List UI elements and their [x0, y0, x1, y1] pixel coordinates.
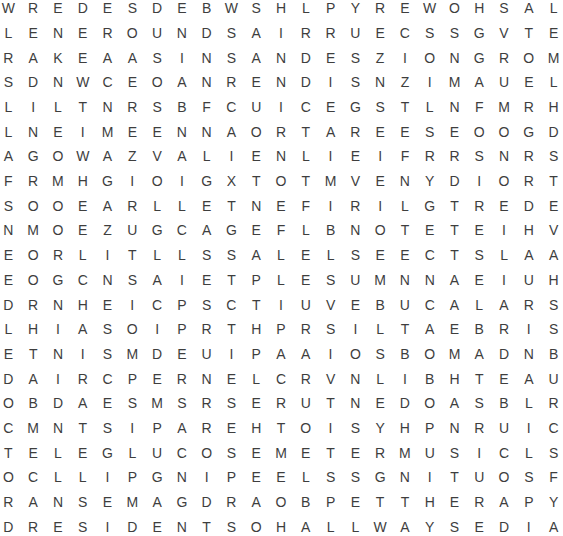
grid-cell[interactable]: R — [541, 391, 563, 416]
grid-cell[interactable]: T — [293, 119, 318, 144]
grid-cell[interactable]: A — [244, 490, 269, 515]
grid-cell[interactable]: R — [492, 45, 517, 70]
grid-cell[interactable]: I — [318, 193, 343, 218]
grid-cell[interactable]: I — [219, 144, 244, 169]
grid-cell[interactable]: E — [244, 440, 269, 465]
grid-cell[interactable]: Z — [120, 144, 145, 169]
grid-cell[interactable]: H — [442, 366, 467, 391]
grid-cell[interactable]: O — [120, 21, 145, 46]
grid-cell[interactable]: F — [0, 169, 21, 194]
grid-cell[interactable]: P — [120, 366, 145, 391]
grid-cell[interactable]: S — [219, 391, 244, 416]
grid-cell[interactable]: E — [492, 193, 517, 218]
grid-cell[interactable]: P — [169, 292, 194, 317]
grid-cell[interactable]: E — [269, 193, 294, 218]
grid-cell[interactable]: W — [368, 514, 393, 536]
grid-cell[interactable]: A — [516, 243, 541, 268]
grid-cell[interactable]: E — [145, 366, 170, 391]
grid-cell[interactable]: T — [70, 95, 95, 120]
grid-cell[interactable]: A — [442, 391, 467, 416]
grid-cell[interactable]: N — [417, 267, 442, 292]
grid-cell[interactable]: E — [21, 21, 46, 46]
grid-cell[interactable]: H — [393, 416, 418, 441]
grid-cell[interactable]: S — [417, 21, 442, 46]
grid-cell[interactable]: T — [269, 416, 294, 441]
grid-cell[interactable]: S — [343, 45, 368, 70]
grid-cell[interactable]: D — [21, 70, 46, 95]
grid-cell[interactable]: D — [541, 119, 563, 144]
grid-cell[interactable]: S — [120, 391, 145, 416]
grid-cell[interactable]: S — [541, 144, 563, 169]
grid-cell[interactable]: N — [516, 342, 541, 367]
grid-cell[interactable]: R — [219, 70, 244, 95]
grid-cell[interactable]: D — [0, 366, 21, 391]
grid-cell[interactable]: C — [393, 21, 418, 46]
grid-cell[interactable]: I — [269, 95, 294, 120]
grid-cell[interactable]: W — [70, 144, 95, 169]
grid-cell[interactable]: T — [368, 490, 393, 515]
grid-cell[interactable]: I — [169, 45, 194, 70]
grid-cell[interactable]: N — [368, 70, 393, 95]
grid-cell[interactable]: P — [417, 416, 442, 441]
grid-cell[interactable]: D — [492, 342, 517, 367]
grid-cell[interactable]: B — [467, 317, 492, 342]
grid-cell[interactable]: L — [145, 193, 170, 218]
grid-cell[interactable]: L — [46, 465, 71, 490]
grid-cell[interactable]: E — [343, 490, 368, 515]
grid-cell[interactable]: S — [194, 243, 219, 268]
grid-cell[interactable]: T — [244, 169, 269, 194]
grid-cell[interactable]: H — [541, 95, 563, 120]
grid-cell[interactable]: U — [417, 440, 442, 465]
grid-cell[interactable]: S — [318, 317, 343, 342]
grid-cell[interactable]: M — [541, 45, 563, 70]
grid-cell[interactable]: E — [442, 317, 467, 342]
grid-cell[interactable]: O — [145, 169, 170, 194]
grid-cell[interactable]: E — [293, 243, 318, 268]
grid-cell[interactable]: Y — [368, 416, 393, 441]
grid-cell[interactable]: A — [244, 243, 269, 268]
grid-cell[interactable]: I — [318, 342, 343, 367]
grid-cell[interactable]: E — [343, 292, 368, 317]
grid-cell[interactable]: E — [244, 391, 269, 416]
grid-cell[interactable]: R — [293, 366, 318, 391]
grid-cell[interactable]: L — [368, 317, 393, 342]
grid-cell[interactable]: I — [516, 416, 541, 441]
grid-cell[interactable]: G — [145, 218, 170, 243]
grid-cell[interactable]: T — [318, 440, 343, 465]
grid-cell[interactable]: N — [393, 465, 418, 490]
grid-cell[interactable]: L — [368, 366, 393, 391]
grid-cell[interactable]: C — [169, 218, 194, 243]
grid-cell[interactable]: I — [145, 317, 170, 342]
grid-cell[interactable]: A — [467, 342, 492, 367]
grid-cell[interactable]: T — [393, 218, 418, 243]
grid-cell[interactable]: D — [393, 391, 418, 416]
grid-cell[interactable]: N — [95, 95, 120, 120]
grid-cell[interactable]: U — [194, 342, 219, 367]
grid-cell[interactable]: E — [541, 193, 563, 218]
grid-cell[interactable]: M — [269, 440, 294, 465]
grid-cell[interactable]: I — [318, 144, 343, 169]
grid-cell[interactable]: T — [516, 21, 541, 46]
grid-cell[interactable]: E — [492, 366, 517, 391]
grid-cell[interactable]: T — [120, 243, 145, 268]
grid-cell[interactable]: E — [368, 21, 393, 46]
grid-cell[interactable]: U — [293, 292, 318, 317]
grid-cell[interactable]: S — [442, 440, 467, 465]
grid-cell[interactable]: N — [343, 391, 368, 416]
grid-cell[interactable]: R — [516, 169, 541, 194]
grid-cell[interactable]: A — [492, 292, 517, 317]
grid-cell[interactable]: N — [269, 45, 294, 70]
grid-cell[interactable]: C — [219, 95, 244, 120]
grid-cell[interactable]: H — [516, 218, 541, 243]
grid-cell[interactable]: E — [70, 218, 95, 243]
grid-cell[interactable]: L — [70, 465, 95, 490]
grid-cell[interactable]: I — [169, 169, 194, 194]
grid-cell[interactable]: I — [95, 243, 120, 268]
grid-cell[interactable]: G — [21, 144, 46, 169]
grid-cell[interactable]: I — [95, 465, 120, 490]
grid-cell[interactable]: N — [46, 21, 71, 46]
grid-cell[interactable]: L — [417, 95, 442, 120]
grid-cell[interactable]: P — [169, 317, 194, 342]
grid-cell[interactable]: L — [269, 267, 294, 292]
grid-cell[interactable]: M — [21, 218, 46, 243]
grid-cell[interactable]: C — [269, 366, 294, 391]
grid-cell[interactable]: P — [244, 342, 269, 367]
grid-cell[interactable]: V — [541, 218, 563, 243]
grid-cell[interactable]: Y — [417, 169, 442, 194]
grid-cell[interactable]: I — [21, 95, 46, 120]
grid-cell[interactable]: I — [467, 440, 492, 465]
grid-cell[interactable]: D — [194, 21, 219, 46]
grid-cell[interactable]: T — [293, 169, 318, 194]
grid-cell[interactable]: E — [541, 21, 563, 46]
grid-cell[interactable]: T — [70, 416, 95, 441]
grid-cell[interactable]: E — [318, 45, 343, 70]
grid-cell[interactable]: C — [492, 440, 517, 465]
grid-cell[interactable]: E — [219, 416, 244, 441]
grid-cell[interactable]: V — [492, 21, 517, 46]
grid-cell[interactable]: D — [194, 490, 219, 515]
grid-cell[interactable]: U — [145, 21, 170, 46]
grid-cell[interactable]: E — [393, 243, 418, 268]
grid-cell[interactable]: B — [368, 292, 393, 317]
grid-cell[interactable]: S — [541, 317, 563, 342]
grid-cell[interactable]: N — [269, 70, 294, 95]
grid-cell[interactable]: I — [467, 169, 492, 194]
grid-cell[interactable]: E — [417, 218, 442, 243]
grid-cell[interactable]: R — [269, 119, 294, 144]
grid-cell[interactable]: Z — [393, 70, 418, 95]
grid-cell[interactable]: C — [293, 95, 318, 120]
grid-cell[interactable]: S — [343, 465, 368, 490]
grid-cell[interactable]: S — [492, 0, 517, 21]
grid-cell[interactable]: A — [95, 144, 120, 169]
grid-cell[interactable]: P — [244, 267, 269, 292]
grid-cell[interactable]: I — [70, 342, 95, 367]
grid-cell[interactable]: E — [368, 391, 393, 416]
grid-cell[interactable]: B — [393, 342, 418, 367]
grid-cell[interactable]: R — [516, 95, 541, 120]
grid-cell[interactable]: H — [269, 0, 294, 21]
grid-cell[interactable]: O — [492, 465, 517, 490]
grid-cell[interactable]: I — [393, 366, 418, 391]
grid-cell[interactable]: N — [169, 465, 194, 490]
grid-cell[interactable]: E — [393, 119, 418, 144]
grid-cell[interactable]: H — [21, 317, 46, 342]
grid-cell[interactable]: W — [70, 70, 95, 95]
grid-cell[interactable]: O — [293, 416, 318, 441]
grid-cell[interactable]: N — [269, 144, 294, 169]
grid-cell[interactable]: S — [368, 342, 393, 367]
grid-cell[interactable]: E — [244, 70, 269, 95]
grid-cell[interactable]: N — [169, 514, 194, 536]
grid-cell[interactable]: B — [541, 342, 563, 367]
grid-cell[interactable]: A — [541, 243, 563, 268]
grid-cell[interactable]: A — [293, 514, 318, 536]
grid-cell[interactable]: R — [467, 490, 492, 515]
grid-cell[interactable]: U — [492, 70, 517, 95]
grid-cell[interactable]: G — [95, 440, 120, 465]
grid-cell[interactable]: S — [70, 514, 95, 536]
grid-cell[interactable]: S — [219, 514, 244, 536]
grid-cell[interactable]: O — [467, 119, 492, 144]
grid-cell[interactable]: E — [293, 267, 318, 292]
grid-cell[interactable]: S — [219, 21, 244, 46]
grid-cell[interactable]: F — [541, 465, 563, 490]
grid-cell[interactable]: U — [343, 267, 368, 292]
grid-cell[interactable]: S — [219, 45, 244, 70]
grid-cell[interactable]: E — [194, 267, 219, 292]
grid-cell[interactable]: R — [293, 317, 318, 342]
grid-cell[interactable]: E — [21, 440, 46, 465]
grid-cell[interactable]: S — [516, 465, 541, 490]
grid-cell[interactable]: C — [21, 465, 46, 490]
grid-cell[interactable]: M — [368, 267, 393, 292]
grid-cell[interactable]: R — [70, 366, 95, 391]
grid-cell[interactable]: T — [219, 193, 244, 218]
grid-cell[interactable]: G — [516, 119, 541, 144]
grid-cell[interactable]: T — [442, 465, 467, 490]
grid-cell[interactable]: P — [318, 0, 343, 21]
grid-cell[interactable]: S — [541, 440, 563, 465]
grid-cell[interactable]: R — [21, 0, 46, 21]
grid-cell[interactable]: G — [368, 465, 393, 490]
grid-cell[interactable]: C — [0, 416, 21, 441]
grid-cell[interactable]: X — [219, 169, 244, 194]
grid-cell[interactable]: A — [70, 317, 95, 342]
grid-cell[interactable]: D — [492, 514, 517, 536]
grid-cell[interactable]: E — [467, 267, 492, 292]
grid-cell[interactable]: P — [516, 490, 541, 515]
grid-cell[interactable]: T — [393, 490, 418, 515]
grid-cell[interactable]: I — [70, 119, 95, 144]
grid-cell[interactable]: T — [393, 317, 418, 342]
grid-cell[interactable]: S — [194, 292, 219, 317]
grid-cell[interactable]: E — [169, 0, 194, 21]
grid-cell[interactable]: A — [244, 21, 269, 46]
grid-cell[interactable]: O — [0, 391, 21, 416]
grid-cell[interactable]: Y — [343, 0, 368, 21]
grid-cell[interactable]: S — [417, 119, 442, 144]
grid-cell[interactable]: O — [46, 193, 71, 218]
grid-cell[interactable]: R — [269, 391, 294, 416]
grid-cell[interactable]: S — [120, 0, 145, 21]
grid-cell[interactable]: T — [219, 317, 244, 342]
grid-cell[interactable]: A — [169, 144, 194, 169]
grid-cell[interactable]: D — [293, 45, 318, 70]
grid-cell[interactable]: E — [95, 292, 120, 317]
grid-cell[interactable]: M — [393, 440, 418, 465]
grid-cell[interactable]: A — [219, 119, 244, 144]
grid-cell[interactable]: R — [467, 193, 492, 218]
grid-cell[interactable]: L — [70, 243, 95, 268]
grid-cell[interactable]: P — [318, 490, 343, 515]
grid-cell[interactable]: T — [318, 391, 343, 416]
grid-cell[interactable]: D — [145, 0, 170, 21]
grid-cell[interactable]: O — [194, 440, 219, 465]
grid-cell[interactable]: S — [95, 416, 120, 441]
grid-cell[interactable]: T — [442, 243, 467, 268]
grid-cell[interactable]: H — [244, 416, 269, 441]
grid-cell[interactable]: L — [467, 292, 492, 317]
grid-cell[interactable]: L — [343, 514, 368, 536]
grid-cell[interactable]: R — [169, 366, 194, 391]
grid-cell[interactable]: V — [318, 292, 343, 317]
grid-cell[interactable]: M — [120, 342, 145, 367]
grid-cell[interactable]: R — [516, 144, 541, 169]
grid-cell[interactable]: C — [541, 416, 563, 441]
grid-cell[interactable]: I — [169, 267, 194, 292]
grid-cell[interactable]: A — [393, 514, 418, 536]
grid-cell[interactable]: K — [46, 45, 71, 70]
grid-cell[interactable]: M — [145, 391, 170, 416]
grid-cell[interactable]: T — [541, 169, 563, 194]
grid-cell[interactable]: R — [368, 440, 393, 465]
grid-cell[interactable]: E — [145, 514, 170, 536]
grid-cell[interactable]: I — [318, 416, 343, 441]
grid-cell[interactable]: G — [145, 465, 170, 490]
grid-cell[interactable]: E — [368, 119, 393, 144]
grid-cell[interactable]: H — [244, 317, 269, 342]
grid-cell[interactable]: D — [70, 0, 95, 21]
grid-cell[interactable]: E — [169, 342, 194, 367]
grid-cell[interactable]: U — [343, 21, 368, 46]
grid-cell[interactable]: A — [145, 490, 170, 515]
grid-cell[interactable]: I — [95, 514, 120, 536]
grid-cell[interactable]: S — [368, 95, 393, 120]
grid-cell[interactable]: L — [541, 0, 563, 21]
grid-cell[interactable]: F — [393, 144, 418, 169]
grid-cell[interactable]: Y — [417, 514, 442, 536]
grid-cell[interactable]: R — [442, 144, 467, 169]
grid-cell[interactable]: M — [492, 95, 517, 120]
grid-cell[interactable]: G — [343, 95, 368, 120]
grid-cell[interactable]: M — [318, 169, 343, 194]
grid-cell[interactable]: Z — [368, 45, 393, 70]
grid-cell[interactable]: N — [46, 416, 71, 441]
grid-cell[interactable]: O — [244, 514, 269, 536]
grid-cell[interactable]: E — [95, 0, 120, 21]
grid-cell[interactable]: C — [219, 292, 244, 317]
grid-cell[interactable]: D — [120, 514, 145, 536]
grid-cell[interactable]: S — [95, 317, 120, 342]
grid-cell[interactable]: F — [194, 95, 219, 120]
grid-cell[interactable]: A — [442, 292, 467, 317]
grid-cell[interactable]: A — [120, 45, 145, 70]
grid-cell[interactable]: L — [293, 465, 318, 490]
grid-cell[interactable]: L — [393, 193, 418, 218]
grid-cell[interactable]: E — [293, 440, 318, 465]
grid-cell[interactable]: E — [442, 119, 467, 144]
grid-cell[interactable]: Z — [95, 218, 120, 243]
grid-cell[interactable]: N — [442, 416, 467, 441]
grid-cell[interactable]: S — [541, 292, 563, 317]
grid-cell[interactable]: S — [244, 0, 269, 21]
grid-cell[interactable]: I — [368, 144, 393, 169]
grid-cell[interactable]: E — [46, 514, 71, 536]
grid-cell[interactable]: B — [194, 0, 219, 21]
grid-cell[interactable]: L — [0, 119, 21, 144]
grid-cell[interactable]: S — [442, 21, 467, 46]
grid-cell[interactable]: L — [46, 95, 71, 120]
grid-cell[interactable]: N — [194, 70, 219, 95]
grid-cell[interactable]: O — [442, 0, 467, 21]
grid-cell[interactable]: R — [21, 292, 46, 317]
grid-cell[interactable]: L — [269, 243, 294, 268]
grid-cell[interactable]: I — [194, 465, 219, 490]
grid-cell[interactable]: R — [194, 317, 219, 342]
grid-cell[interactable]: E — [393, 0, 418, 21]
grid-cell[interactable]: F — [293, 193, 318, 218]
grid-cell[interactable]: W — [417, 0, 442, 21]
grid-cell[interactable]: I — [46, 317, 71, 342]
grid-cell[interactable]: T — [244, 292, 269, 317]
grid-cell[interactable]: N — [21, 119, 46, 144]
grid-cell[interactable]: B — [169, 95, 194, 120]
grid-cell[interactable]: L — [169, 193, 194, 218]
grid-cell[interactable]: B — [293, 490, 318, 515]
grid-cell[interactable]: E — [442, 490, 467, 515]
grid-cell[interactable]: I — [417, 70, 442, 95]
grid-cell[interactable]: S — [219, 243, 244, 268]
grid-cell[interactable]: T — [0, 440, 21, 465]
grid-cell[interactable]: E — [120, 119, 145, 144]
grid-cell[interactable]: B — [492, 391, 517, 416]
grid-cell[interactable]: O — [21, 243, 46, 268]
grid-cell[interactable]: I — [219, 342, 244, 367]
grid-cell[interactable]: M — [95, 119, 120, 144]
grid-cell[interactable]: N — [442, 95, 467, 120]
grid-cell[interactable]: E — [516, 70, 541, 95]
grid-cell[interactable]: N — [0, 218, 21, 243]
grid-cell[interactable]: L — [0, 95, 21, 120]
grid-cell[interactable]: R — [293, 21, 318, 46]
grid-cell[interactable]: O — [417, 45, 442, 70]
grid-cell[interactable]: A — [169, 416, 194, 441]
grid-cell[interactable]: O — [417, 391, 442, 416]
grid-cell[interactable]: F — [269, 218, 294, 243]
grid-cell[interactable]: A — [21, 366, 46, 391]
grid-cell[interactable]: T — [393, 95, 418, 120]
grid-cell[interactable]: T — [194, 514, 219, 536]
grid-cell[interactable]: U — [492, 416, 517, 441]
grid-cell[interactable]: O — [269, 169, 294, 194]
grid-cell[interactable]: C — [95, 70, 120, 95]
